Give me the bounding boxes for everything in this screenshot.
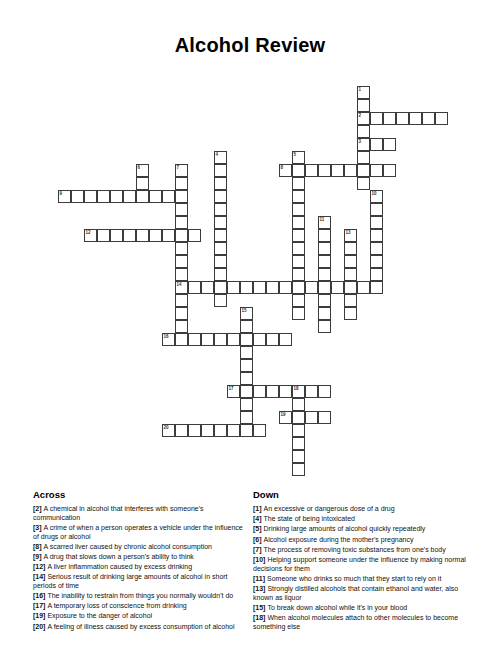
- clue-number-label: [12]: [33, 563, 47, 570]
- down-clue-15: [15] To break down alcohol while it's in…: [253, 604, 473, 613]
- grid-cell[interactable]: [175, 242, 188, 255]
- down-clue-13: [13] Strongly distilled alcohols that co…: [253, 585, 473, 602]
- clue-number-label: [13]: [253, 585, 267, 592]
- grid-cell[interactable]: [240, 320, 253, 333]
- grid-cell[interactable]: [162, 229, 175, 242]
- grid-cell[interactable]: [305, 385, 318, 398]
- grid-cell[interactable]: [357, 151, 370, 164]
- grid-cell[interactable]: [331, 164, 344, 177]
- grid-cell[interactable]: [318, 385, 331, 398]
- page-title: Alcohol Review: [0, 34, 500, 57]
- grid-cell[interactable]: [188, 424, 201, 437]
- down-header: Down: [253, 489, 473, 500]
- grid-cell[interactable]: [292, 437, 305, 450]
- grid-cell[interactable]: [318, 255, 331, 268]
- grid-cell[interactable]: [279, 385, 292, 398]
- grid-cell[interactable]: 4: [214, 151, 227, 164]
- grid-cell[interactable]: [318, 164, 331, 177]
- grid-cell[interactable]: 6: [136, 164, 149, 177]
- grid-cell[interactable]: [149, 229, 162, 242]
- grid-cell[interactable]: 17: [227, 385, 240, 398]
- grid-cell[interactable]: [136, 229, 149, 242]
- clue-number: 18: [294, 386, 299, 391]
- grid-cell[interactable]: [214, 281, 227, 294]
- grid-cell[interactable]: [292, 463, 305, 476]
- grid-cell[interactable]: [214, 333, 227, 346]
- grid-cell[interactable]: [292, 424, 305, 437]
- grid-cell[interactable]: [396, 112, 409, 125]
- grid-cell[interactable]: 16: [162, 333, 175, 346]
- grid-cell[interactable]: [370, 138, 383, 151]
- grid-cell[interactable]: [292, 242, 305, 255]
- grid-cell[interactable]: [214, 268, 227, 281]
- grid-cell[interactable]: [331, 281, 344, 294]
- grid-cell[interactable]: [266, 333, 279, 346]
- clue-number: 5: [294, 152, 297, 157]
- grid-cell[interactable]: [240, 411, 253, 424]
- across-clue-16: [16] The inability to restrain from thin…: [33, 592, 247, 601]
- grid-cell[interactable]: [214, 229, 227, 242]
- down-clue-5: [5] Drinking large amounts of alcohol qu…: [253, 525, 473, 534]
- grid-cell[interactable]: [292, 190, 305, 203]
- grid-cell[interactable]: [370, 164, 383, 177]
- clue-number: 14: [177, 282, 182, 287]
- grid-cell[interactable]: 13: [344, 229, 357, 242]
- grid-cell[interactable]: [110, 229, 123, 242]
- grid-cell[interactable]: [370, 216, 383, 229]
- grid-cell[interactable]: [175, 177, 188, 190]
- grid-cell[interactable]: [97, 190, 110, 203]
- clue-number: 4: [216, 152, 219, 157]
- grid-cell[interactable]: [136, 190, 149, 203]
- down-clue-list: [1] An excessive or dangerous dose of a …: [253, 505, 473, 631]
- clue-number-label: [3]: [33, 524, 44, 531]
- grid-cell[interactable]: [240, 281, 253, 294]
- grid-cell[interactable]: [214, 164, 227, 177]
- grid-cell[interactable]: [175, 268, 188, 281]
- grid-cell[interactable]: [240, 424, 253, 437]
- grid-cell[interactable]: [305, 164, 318, 177]
- clue-number: 7: [177, 165, 180, 170]
- grid-cell[interactable]: [435, 112, 448, 125]
- clue-number: 10: [372, 191, 377, 196]
- grid-cell[interactable]: [279, 333, 292, 346]
- grid-cell[interactable]: [123, 190, 136, 203]
- grid-cell[interactable]: [253, 333, 266, 346]
- grid-cell[interactable]: [357, 164, 370, 177]
- grid-cell[interactable]: [201, 424, 214, 437]
- clue-number: 3: [359, 139, 362, 144]
- grid-cell[interactable]: [253, 385, 266, 398]
- grid-cell[interactable]: [292, 411, 305, 424]
- across-clue-8: [8] A scarred liver caused by chronic al…: [33, 543, 247, 552]
- grid-cell[interactable]: [305, 411, 318, 424]
- grid-cell[interactable]: [292, 450, 305, 463]
- grid-cell[interactable]: [227, 281, 240, 294]
- grid-cell[interactable]: 3: [357, 138, 370, 151]
- clue-number-label: [17]: [33, 602, 47, 609]
- grid-cell[interactable]: [370, 255, 383, 268]
- across-clue-2: [2] A chemical in alcohol that interfere…: [33, 505, 247, 522]
- grid-cell[interactable]: [84, 190, 97, 203]
- grid-cell[interactable]: [383, 164, 396, 177]
- grid-cell[interactable]: [279, 281, 292, 294]
- grid-cell[interactable]: 5: [292, 151, 305, 164]
- clue-number-label: [9]: [33, 553, 44, 560]
- across-clue-3: [3] A crime of when a person operates a …: [33, 524, 247, 541]
- grid-cell[interactable]: [292, 281, 305, 294]
- grid-cell[interactable]: 2: [357, 112, 370, 125]
- grid-cell[interactable]: [253, 424, 266, 437]
- grid-cell[interactable]: [227, 333, 240, 346]
- down-clue-11: [11] Someone who drinks so much that the…: [253, 575, 473, 584]
- across-clue-list: [2] A chemical in alcohol that interfere…: [33, 505, 247, 631]
- grid-cell[interactable]: [318, 411, 331, 424]
- grid-cell[interactable]: [292, 307, 305, 320]
- clue-number: 8: [281, 165, 284, 170]
- grid-cell[interactable]: [305, 281, 318, 294]
- grid-cell[interactable]: [292, 268, 305, 281]
- grid-cell[interactable]: [318, 281, 331, 294]
- clue-number: 13: [346, 230, 351, 235]
- grid-cell[interactable]: [357, 177, 370, 190]
- grid-cell[interactable]: [175, 203, 188, 216]
- grid-cell[interactable]: [318, 242, 331, 255]
- down-clues-column: Down [1] An excessive or dangerous dose …: [253, 489, 473, 633]
- grid-cell[interactable]: [344, 294, 357, 307]
- grid-cell[interactable]: [383, 112, 396, 125]
- grid-cell[interactable]: [214, 190, 227, 203]
- grid-cell[interactable]: [175, 307, 188, 320]
- grid-cell[interactable]: [214, 177, 227, 190]
- clue-number-label: [15]: [253, 604, 267, 611]
- clue-number-label: [6]: [253, 536, 264, 543]
- grid-cell[interactable]: 14: [175, 281, 188, 294]
- grid-cell[interactable]: [188, 229, 201, 242]
- clue-number: 15: [242, 308, 247, 313]
- grid-cell[interactable]: [318, 320, 331, 333]
- clue-number-label: [14]: [33, 573, 47, 580]
- clue-number-label: [7]: [253, 546, 264, 553]
- clue-number: 2: [359, 113, 362, 118]
- clue-number: 11: [320, 217, 325, 222]
- grid-cell[interactable]: [188, 333, 201, 346]
- grid-cell[interactable]: [214, 216, 227, 229]
- grid-cell[interactable]: [292, 229, 305, 242]
- grid-cell[interactable]: [409, 112, 422, 125]
- grid-cell[interactable]: [149, 190, 162, 203]
- grid-cell[interactable]: [175, 424, 188, 437]
- clue-number-label: [18]: [253, 614, 267, 621]
- grid-cell[interactable]: [175, 216, 188, 229]
- grid-cell[interactable]: 12: [84, 229, 97, 242]
- down-clue-18: [18] When alcohol molecules attach to ot…: [253, 614, 473, 631]
- grid-cell[interactable]: [370, 268, 383, 281]
- grid-cell[interactable]: [266, 385, 279, 398]
- grid-cell[interactable]: [318, 294, 331, 307]
- clue-number-label: [1]: [253, 505, 264, 512]
- clue-number: 1: [359, 87, 362, 92]
- grid-cell[interactable]: [292, 255, 305, 268]
- clue-number-label: [20]: [33, 623, 47, 630]
- grid-cell[interactable]: [292, 398, 305, 411]
- grid-cell[interactable]: [370, 112, 383, 125]
- grid-cell[interactable]: [175, 294, 188, 307]
- grid-cell[interactable]: 18: [292, 385, 305, 398]
- across-clue-14: [14] Serious result of drinking large am…: [33, 573, 247, 590]
- grid-cell[interactable]: [370, 242, 383, 255]
- grid-cell[interactable]: [253, 281, 266, 294]
- clue-number: 17: [229, 386, 234, 391]
- grid-cell[interactable]: [357, 99, 370, 112]
- clue-number-label: [5]: [253, 525, 264, 532]
- clue-number: 16: [164, 334, 169, 339]
- grid-cell[interactable]: [318, 229, 331, 242]
- grid-cell[interactable]: [214, 255, 227, 268]
- grid-cell[interactable]: [344, 268, 357, 281]
- grid-cell[interactable]: [175, 229, 188, 242]
- across-clue-9: [9] A drug that slows down a person's ab…: [33, 553, 247, 562]
- grid-cell[interactable]: [123, 229, 136, 242]
- grid-cell[interactable]: [175, 320, 188, 333]
- down-clue-7: [7] The process of removing toxic substa…: [253, 546, 473, 555]
- grid-cell[interactable]: [344, 281, 357, 294]
- grid-cell[interactable]: [292, 177, 305, 190]
- grid-cell[interactable]: [214, 203, 227, 216]
- grid-cell[interactable]: 11: [318, 216, 331, 229]
- grid-cell[interactable]: [357, 281, 370, 294]
- grid-cell[interactable]: [318, 307, 331, 320]
- clue-number-label: [10]: [253, 556, 267, 563]
- grid-cell[interactable]: [240, 346, 253, 359]
- grid-cell[interactable]: [175, 255, 188, 268]
- grid-cell[interactable]: 9: [58, 190, 71, 203]
- grid-cell[interactable]: [201, 281, 214, 294]
- grid-cell[interactable]: [370, 281, 383, 294]
- across-clue-19: [19] Exposure to the danger of alcohol: [33, 612, 247, 621]
- grid-cell[interactable]: [240, 359, 253, 372]
- grid-cell[interactable]: 8: [279, 164, 292, 177]
- clue-number-label: [8]: [33, 543, 44, 550]
- grid-cell[interactable]: [214, 242, 227, 255]
- clue-number: 19: [281, 412, 286, 417]
- grid-cell[interactable]: [292, 216, 305, 229]
- grid-cell[interactable]: [201, 333, 214, 346]
- clue-number: 20: [164, 425, 169, 430]
- grid-cell[interactable]: 10: [370, 190, 383, 203]
- clue-number: 12: [86, 230, 91, 235]
- across-clue-20: [20] A feeling of illness caused by exce…: [33, 623, 247, 632]
- grid-cell[interactable]: 1: [357, 86, 370, 99]
- clue-number-label: [4]: [253, 515, 264, 522]
- grid-cell[interactable]: [292, 164, 305, 177]
- grid-cell[interactable]: [240, 333, 253, 346]
- grid-cell[interactable]: [162, 190, 175, 203]
- grid-cell[interactable]: [214, 424, 227, 437]
- grid-cell[interactable]: [370, 229, 383, 242]
- crossword-worksheet: { "title": "Alcohol Review", "game": "cr…: [0, 0, 500, 647]
- grid-cell[interactable]: [227, 424, 240, 437]
- grid-cell[interactable]: [71, 190, 84, 203]
- grid-cell[interactable]: [110, 190, 123, 203]
- grid-cell[interactable]: [344, 164, 357, 177]
- clue-number-label: [19]: [33, 612, 47, 619]
- grid-cell[interactable]: [214, 294, 227, 307]
- grid-cell[interactable]: [344, 255, 357, 268]
- grid-cell[interactable]: 7: [175, 164, 188, 177]
- across-clues-column: Across [2] A chemical in alcohol that in…: [33, 489, 247, 633]
- grid-cell[interactable]: 19: [279, 411, 292, 424]
- down-clue-10: [10] Helping support someone under the i…: [253, 556, 473, 573]
- grid-cell[interactable]: [136, 177, 149, 190]
- grid-cell[interactable]: [266, 281, 279, 294]
- down-clue-1: [1] An excessive or dangerous dose of a …: [253, 505, 473, 514]
- across-clue-17: [17] A temporary loss of conscience from…: [33, 602, 247, 611]
- grid-cell[interactable]: [240, 385, 253, 398]
- grid-cell[interactable]: [422, 112, 435, 125]
- grid-cell[interactable]: [292, 203, 305, 216]
- across-header: Across: [33, 489, 247, 500]
- clue-number-label: [16]: [33, 592, 47, 599]
- grid-cell[interactable]: [357, 125, 370, 138]
- clue-number-label: [2]: [33, 505, 44, 512]
- grid-cell[interactable]: [383, 138, 396, 151]
- grid-cell[interactable]: [188, 281, 201, 294]
- down-clue-4: [4] The state of being intoxicated: [253, 515, 473, 524]
- grid-cell[interactable]: [240, 372, 253, 385]
- across-clue-12: [12] A liver inflammation caused by exce…: [33, 563, 247, 572]
- grid-cell[interactable]: [318, 268, 331, 281]
- grid-cell[interactable]: [175, 333, 188, 346]
- grid-cell[interactable]: [175, 190, 188, 203]
- grid-cell[interactable]: 20: [162, 424, 175, 437]
- grid-cell[interactable]: [97, 229, 110, 242]
- clue-number: 6: [138, 165, 141, 170]
- clue-number: 9: [60, 191, 63, 196]
- grid-cell[interactable]: [240, 398, 253, 411]
- down-clue-6: [6] Alcohol exposure during the mother's…: [253, 536, 473, 545]
- clue-number-label: [11]: [253, 575, 267, 582]
- grid-cell[interactable]: [344, 307, 357, 320]
- grid-cell[interactable]: 15: [240, 307, 253, 320]
- grid-cell[interactable]: [344, 242, 357, 255]
- grid-cell[interactable]: [370, 203, 383, 216]
- crossword-grid: 1234567148910111213151617181920: [58, 86, 450, 478]
- grid-cell[interactable]: [292, 294, 305, 307]
